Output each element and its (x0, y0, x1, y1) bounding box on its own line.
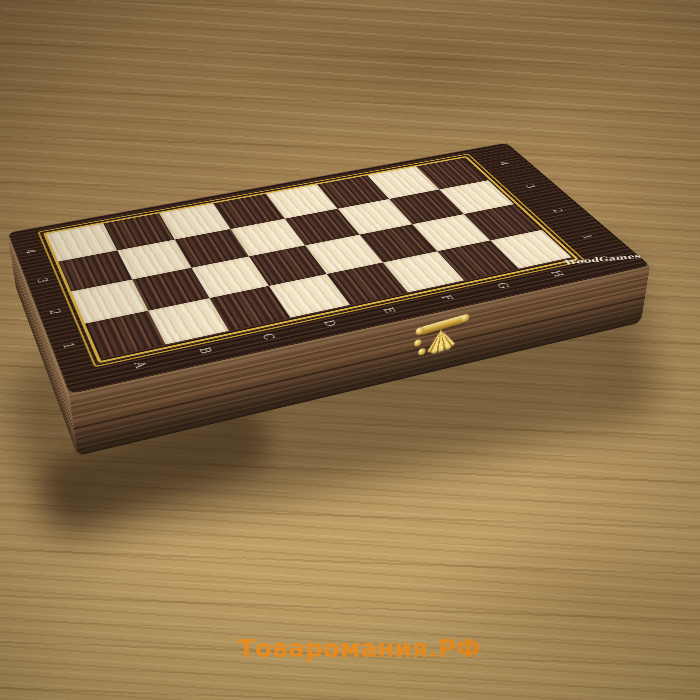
file-label-f: F (437, 294, 455, 302)
rank-label-left-2: 2 (46, 308, 63, 315)
file-label-b: B (195, 346, 214, 355)
folding-chess-box: WoodGames ABCDEFGH43214321 (16, 194, 641, 456)
rank-label-right-4: 4 (497, 161, 512, 166)
clasp-pin (418, 347, 426, 356)
rank-label-right-3: 3 (522, 184, 537, 189)
file-label-h: H (547, 270, 566, 278)
perspective-wrapper: WoodGames ABCDEFGH43214321 (0, 0, 700, 700)
rank-label-right-2: 2 (550, 208, 566, 214)
file-label-a: A (130, 360, 149, 369)
woodgames-logo: WoodGames (562, 253, 643, 267)
file-label-c: C (259, 332, 278, 341)
product-photo: WoodGames ABCDEFGH43214321 Товаромания.Р… (0, 0, 700, 700)
file-label-g: G (493, 282, 511, 290)
clasp-pin (414, 339, 422, 348)
file-label-e: E (380, 306, 398, 314)
site-watermark: Товаромания.РФ (238, 634, 481, 663)
rank-label-left-1: 1 (59, 342, 77, 350)
rank-label-left-4: 4 (22, 248, 38, 254)
rank-label-left-3: 3 (34, 277, 51, 284)
file-label-d: D (320, 319, 339, 328)
rank-label-right-1: 1 (579, 234, 595, 240)
brass-clasp (408, 311, 470, 370)
